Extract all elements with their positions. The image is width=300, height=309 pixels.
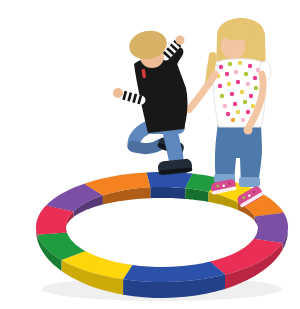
polka-dot	[236, 110, 240, 114]
boy-left-calf	[133, 144, 161, 149]
boy-right-hand	[176, 36, 185, 45]
polka-dot	[233, 102, 237, 106]
girl-right-cuff	[239, 177, 260, 187]
polka-dot	[240, 90, 244, 94]
polka-dot	[226, 112, 230, 116]
polka-dot	[236, 80, 240, 84]
polka-dot	[218, 84, 222, 88]
polka-dot	[238, 61, 242, 65]
polka-dot	[231, 118, 235, 122]
polka-dot	[254, 86, 258, 90]
polka-dot	[243, 100, 247, 104]
ring-segment-purple	[254, 213, 288, 243]
polka-dot	[246, 82, 250, 86]
polka-dot	[244, 72, 248, 76]
polka-dot	[223, 104, 227, 108]
ring-segment-inner-wall-blue	[150, 187, 185, 199]
boy-left-hand	[113, 88, 123, 98]
polka-dot	[228, 62, 232, 66]
girl-right-hand	[244, 126, 253, 135]
polka-dot	[241, 118, 245, 122]
product-photo	[0, 0, 300, 309]
polka-dot	[227, 82, 231, 86]
girl-left-arm	[192, 74, 215, 106]
polka-dot	[219, 65, 223, 69]
polka-dot	[230, 92, 234, 96]
polka-dot	[234, 70, 238, 74]
polka-dot	[225, 72, 229, 76]
polka-dot	[253, 76, 257, 80]
boy	[113, 27, 193, 175]
polka-dot	[220, 94, 224, 98]
polka-dot	[249, 94, 253, 98]
boy-shirt	[134, 57, 187, 133]
polka-dot	[251, 104, 255, 108]
polka-dot	[246, 110, 250, 114]
polka-dot	[248, 64, 252, 68]
